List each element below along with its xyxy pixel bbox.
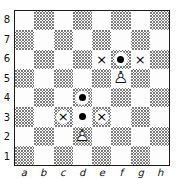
square-b4 xyxy=(34,88,53,107)
square-c8 xyxy=(54,11,73,30)
marker-halo xyxy=(75,91,89,105)
square-e8 xyxy=(92,11,111,30)
rank-label-2: 2 xyxy=(0,127,12,147)
capture-cross-marker: × xyxy=(96,110,107,123)
square-h7 xyxy=(150,30,169,49)
square-d6 xyxy=(73,50,92,69)
file-label-b: b xyxy=(34,165,54,179)
white-pawn-outline: ♙ xyxy=(75,127,90,144)
square-g4 xyxy=(131,88,150,107)
square-a8 xyxy=(15,11,34,30)
white-pawn: ♟♙ xyxy=(73,127,92,146)
square-f5: ♟♙ xyxy=(111,69,130,88)
file-label-f: f xyxy=(112,165,132,179)
square-h6 xyxy=(150,50,169,69)
square-e3: × xyxy=(92,107,111,126)
white-pawn-outline: ♙ xyxy=(113,69,128,86)
square-d1 xyxy=(73,146,92,165)
chess-board: ××♟♙××♟♙ xyxy=(14,10,170,166)
square-b7 xyxy=(34,30,53,49)
square-g3 xyxy=(131,107,150,126)
marker-halo xyxy=(114,52,128,66)
square-a1 xyxy=(15,146,34,165)
square-e2 xyxy=(92,127,111,146)
square-a7 xyxy=(15,30,34,49)
square-d5 xyxy=(73,69,92,88)
square-d3 xyxy=(73,107,92,126)
file-labels: abcdefgh xyxy=(14,165,170,179)
square-e6: × xyxy=(92,50,111,69)
square-d8 xyxy=(73,11,92,30)
square-f1 xyxy=(111,146,130,165)
square-f7 xyxy=(111,30,130,49)
square-a4 xyxy=(15,88,34,107)
square-h1 xyxy=(150,146,169,165)
square-g6: × xyxy=(131,50,150,69)
move-dot-marker xyxy=(117,56,124,63)
file-label-e: e xyxy=(92,165,112,179)
square-c1 xyxy=(54,146,73,165)
move-dot-marker xyxy=(79,113,86,120)
square-a3 xyxy=(15,107,34,126)
square-c3: × xyxy=(54,107,73,126)
square-b6 xyxy=(34,50,53,69)
square-b3 xyxy=(34,107,53,126)
rank-label-1: 1 xyxy=(0,147,12,167)
rank-label-4: 4 xyxy=(0,88,12,108)
square-h2 xyxy=(150,127,169,146)
square-c4 xyxy=(54,88,73,107)
square-b5 xyxy=(34,69,53,88)
rank-label-6: 6 xyxy=(0,49,12,69)
square-h8 xyxy=(150,11,169,30)
move-dot-marker xyxy=(79,94,86,101)
square-d7 xyxy=(73,30,92,49)
square-e4 xyxy=(92,88,111,107)
file-label-h: h xyxy=(151,165,171,179)
marker-halo: × xyxy=(95,110,109,124)
square-d2: ♟♙ xyxy=(73,127,92,146)
square-c7 xyxy=(54,30,73,49)
square-e5 xyxy=(92,69,111,88)
capture-cross-marker: × xyxy=(96,52,107,65)
square-a2 xyxy=(15,127,34,146)
square-f3 xyxy=(111,107,130,126)
square-g8 xyxy=(131,11,150,30)
file-label-c: c xyxy=(53,165,73,179)
square-b8 xyxy=(34,11,53,30)
rank-label-7: 7 xyxy=(0,30,12,50)
square-f2 xyxy=(111,127,130,146)
square-a6 xyxy=(15,50,34,69)
capture-cross-marker: × xyxy=(135,52,146,65)
square-f6 xyxy=(111,50,130,69)
square-b1 xyxy=(34,146,53,165)
file-label-a: a xyxy=(14,165,34,179)
square-h5 xyxy=(150,69,169,88)
square-g5 xyxy=(131,69,150,88)
rank-label-8: 8 xyxy=(0,10,12,30)
file-label-g: g xyxy=(131,165,151,179)
rank-labels: 87654321 xyxy=(0,10,12,166)
square-a5 xyxy=(15,69,34,88)
rank-label-5: 5 xyxy=(0,69,12,89)
white-pawn: ♟♙ xyxy=(111,69,130,88)
square-b2 xyxy=(34,127,53,146)
square-f8 xyxy=(111,11,130,30)
square-e7 xyxy=(92,30,111,49)
square-c2 xyxy=(54,127,73,146)
square-g7 xyxy=(131,30,150,49)
square-h3 xyxy=(150,107,169,126)
square-c5 xyxy=(54,69,73,88)
square-g2 xyxy=(131,127,150,146)
capture-cross-marker: × xyxy=(58,110,69,123)
square-c6 xyxy=(54,50,73,69)
square-f4 xyxy=(111,88,130,107)
square-e1 xyxy=(92,146,111,165)
file-label-d: d xyxy=(73,165,93,179)
square-d4 xyxy=(73,88,92,107)
square-h4 xyxy=(150,88,169,107)
marker-halo: × xyxy=(56,110,70,124)
rank-label-3: 3 xyxy=(0,108,12,128)
chess-diagram: 87654321 ××♟♙××♟♙ abcdefgh xyxy=(0,0,179,179)
square-g1 xyxy=(131,146,150,165)
